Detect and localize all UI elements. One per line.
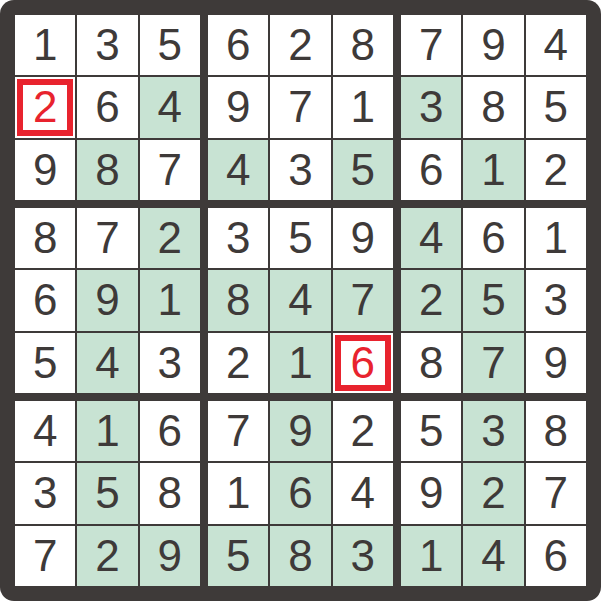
digit: 8	[226, 278, 250, 322]
cell-r1c2[interactable]: 3	[77, 15, 137, 75]
digit: 1	[33, 23, 57, 67]
digit: 3	[226, 216, 250, 260]
digit: 6	[95, 85, 119, 129]
box-7: 416358729	[15, 401, 200, 586]
cell-r3c2[interactable]: 8	[77, 140, 137, 200]
cell-r6c5[interactable]: 1	[270, 333, 330, 393]
digit: 6	[226, 23, 250, 67]
digit: 7	[226, 409, 250, 453]
box-8: 792164583	[208, 401, 393, 586]
digit: 6	[481, 216, 505, 260]
cell-r3c5[interactable]: 3	[270, 140, 330, 200]
box-6: 461253879	[401, 208, 586, 393]
digit: 7	[481, 341, 505, 385]
cell-r3c1[interactable]: 9	[15, 140, 75, 200]
cell-r4c7[interactable]: 4	[401, 208, 461, 268]
cell-r4c2[interactable]: 7	[77, 208, 137, 268]
cell-r4c1[interactable]: 8	[15, 208, 75, 268]
cell-r8c7[interactable]: 9	[401, 463, 461, 523]
digit: 2	[226, 341, 250, 385]
cell-r8c6[interactable]: 4	[333, 463, 393, 523]
digit: 1	[481, 148, 505, 192]
digit: 3	[481, 409, 505, 453]
cell-r2c6[interactable]: 1	[333, 77, 393, 137]
digit: 2	[419, 278, 443, 322]
digit: 9	[95, 278, 119, 322]
cell-r1c7[interactable]: 7	[401, 15, 461, 75]
digit: 8	[351, 23, 375, 67]
box-3: 794385612	[401, 15, 586, 200]
digit: 3	[351, 534, 375, 578]
digit: 6	[33, 278, 57, 322]
digit: 5	[288, 216, 312, 260]
cell-r6c9[interactable]: 9	[526, 333, 586, 393]
cell-r4c9[interactable]: 1	[526, 208, 586, 268]
cell-r6c4[interactable]: 2	[208, 333, 268, 393]
digit: 4	[351, 471, 375, 515]
cell-r2c3[interactable]: 4	[140, 77, 200, 137]
cell-r8c4[interactable]: 1	[208, 463, 268, 523]
digit: 2	[288, 23, 312, 67]
digit: 9	[544, 341, 568, 385]
digit: 2	[33, 85, 57, 129]
digit: 3	[33, 471, 57, 515]
cell-r5c6[interactable]: 7	[333, 270, 393, 330]
cell-r5c8[interactable]: 5	[463, 270, 523, 330]
digit: 1	[226, 471, 250, 515]
cell-r9c3[interactable]: 9	[140, 526, 200, 586]
digit: 5	[544, 85, 568, 129]
cell-r5c1[interactable]: 6	[15, 270, 75, 330]
cell-r5c3[interactable]: 1	[140, 270, 200, 330]
digit: 6	[419, 148, 443, 192]
digit: 9	[351, 216, 375, 260]
digit: 7	[544, 471, 568, 515]
cell-r1c1[interactable]: 1	[15, 15, 75, 75]
digit: 8	[95, 148, 119, 192]
digit: 5	[351, 148, 375, 192]
cell-r8c9[interactable]: 7	[526, 463, 586, 523]
cell-r8c1[interactable]: 3	[15, 463, 75, 523]
digit: 8	[33, 216, 57, 260]
digit: 5	[481, 278, 505, 322]
digit: 4	[288, 278, 312, 322]
cell-r1c9[interactable]: 4	[526, 15, 586, 75]
cell-r3c8[interactable]: 1	[463, 140, 523, 200]
cell-r4c8[interactable]: 6	[463, 208, 523, 268]
box-5: 359847216	[208, 208, 393, 393]
cell-r6c2[interactable]: 4	[77, 333, 137, 393]
digit: 9	[288, 409, 312, 453]
digit: 7	[419, 23, 443, 67]
digit: 4	[544, 23, 568, 67]
cell-r7c1[interactable]: 4	[15, 401, 75, 461]
cell-r9c1[interactable]: 7	[15, 526, 75, 586]
digit: 5	[226, 534, 250, 578]
digit: 3	[288, 148, 312, 192]
cell-r1c8[interactable]: 9	[463, 15, 523, 75]
cell-r5c7[interactable]: 2	[401, 270, 461, 330]
digit: 4	[95, 341, 119, 385]
cell-r7c7[interactable]: 5	[401, 401, 461, 461]
cell-r2c7[interactable]: 3	[401, 77, 461, 137]
cell-r6c6[interactable]: 6	[333, 333, 393, 393]
cell-r1c3[interactable]: 5	[140, 15, 200, 75]
digit: 6	[544, 534, 568, 578]
digit: 3	[158, 341, 182, 385]
cell-r2c1[interactable]: 2	[15, 77, 75, 137]
digit: 7	[158, 148, 182, 192]
cell-r3c3[interactable]: 7	[140, 140, 200, 200]
digit: 5	[33, 341, 57, 385]
digit: 8	[544, 409, 568, 453]
digit: 9	[419, 471, 443, 515]
digit: 9	[226, 85, 250, 129]
digit: 2	[95, 534, 119, 578]
digit: 4	[226, 148, 250, 192]
cell-r5c5[interactable]: 4	[270, 270, 330, 330]
digit: 3	[544, 278, 568, 322]
cell-r6c3[interactable]: 3	[140, 333, 200, 393]
digit: 1	[95, 409, 119, 453]
digit: 8	[288, 534, 312, 578]
digit: 7	[288, 85, 312, 129]
cell-r4c4[interactable]: 3	[208, 208, 268, 268]
cell-r8c2[interactable]: 5	[77, 463, 137, 523]
cell-r7c2[interactable]: 1	[77, 401, 137, 461]
digit: 4	[481, 534, 505, 578]
digit: 7	[95, 216, 119, 260]
digit: 6	[351, 341, 375, 385]
digit: 5	[95, 471, 119, 515]
cell-r7c4[interactable]: 7	[208, 401, 268, 461]
cell-r3c6[interactable]: 5	[333, 140, 393, 200]
cell-r5c4[interactable]: 8	[208, 270, 268, 330]
digit: 5	[158, 23, 182, 67]
digit: 9	[33, 148, 57, 192]
cell-r5c2[interactable]: 9	[77, 270, 137, 330]
cell-r9c4[interactable]: 5	[208, 526, 268, 586]
cell-r2c8[interactable]: 8	[463, 77, 523, 137]
cell-r2c4[interactable]: 9	[208, 77, 268, 137]
cell-r5c9[interactable]: 3	[526, 270, 586, 330]
cell-r7c6[interactable]: 2	[333, 401, 393, 461]
cell-r9c8[interactable]: 4	[463, 526, 523, 586]
sudoku-board: 1352649876289714357943856128726915433598…	[0, 0, 601, 601]
cell-r6c8[interactable]: 7	[463, 333, 523, 393]
box-4: 872691543	[15, 208, 200, 393]
cell-r2c9[interactable]: 5	[526, 77, 586, 137]
cell-r6c1[interactable]: 5	[15, 333, 75, 393]
digit: 6	[288, 471, 312, 515]
cell-r1c4[interactable]: 6	[208, 15, 268, 75]
cell-r2c5[interactable]: 7	[270, 77, 330, 137]
cell-r3c7[interactable]: 6	[401, 140, 461, 200]
cell-r6c7[interactable]: 8	[401, 333, 461, 393]
digit: 3	[95, 23, 119, 67]
cell-r9c2[interactable]: 2	[77, 526, 137, 586]
cell-r1c6[interactable]: 8	[333, 15, 393, 75]
digit: 2	[158, 216, 182, 260]
cell-r9c6[interactable]: 3	[333, 526, 393, 586]
digit: 4	[158, 85, 182, 129]
cell-r8c5[interactable]: 6	[270, 463, 330, 523]
cell-r3c4[interactable]: 4	[208, 140, 268, 200]
digit: 1	[158, 278, 182, 322]
digit: 9	[158, 534, 182, 578]
cell-r4c3[interactable]: 2	[140, 208, 200, 268]
cell-r3c9[interactable]: 2	[526, 140, 586, 200]
digit: 5	[419, 409, 443, 453]
digit: 4	[33, 409, 57, 453]
cell-r7c5[interactable]: 9	[270, 401, 330, 461]
box-1: 135264987	[15, 15, 200, 200]
cell-r1c5[interactable]: 2	[270, 15, 330, 75]
cell-r7c8[interactable]: 3	[463, 401, 523, 461]
digit: 3	[419, 85, 443, 129]
cell-r2c2[interactable]: 6	[77, 77, 137, 137]
cell-r8c8[interactable]: 2	[463, 463, 523, 523]
digit: 2	[544, 148, 568, 192]
digit: 8	[419, 341, 443, 385]
cell-r4c6[interactable]: 9	[333, 208, 393, 268]
digit: 8	[481, 85, 505, 129]
cell-r9c7[interactable]: 1	[401, 526, 461, 586]
cell-r4c5[interactable]: 5	[270, 208, 330, 268]
digit: 9	[481, 23, 505, 67]
sudoku-grid: 1352649876289714357943856128726915433598…	[15, 15, 586, 586]
cell-r8c3[interactable]: 8	[140, 463, 200, 523]
box-9: 538927146	[401, 401, 586, 586]
digit: 1	[544, 216, 568, 260]
digit: 1	[419, 534, 443, 578]
digit: 2	[481, 471, 505, 515]
digit: 4	[419, 216, 443, 260]
cell-r7c9[interactable]: 8	[526, 401, 586, 461]
digit: 8	[158, 471, 182, 515]
cell-r9c5[interactable]: 8	[270, 526, 330, 586]
digit: 1	[351, 85, 375, 129]
digit: 6	[158, 409, 182, 453]
cell-r9c9[interactable]: 6	[526, 526, 586, 586]
digit: 1	[288, 341, 312, 385]
digit: 7	[351, 278, 375, 322]
cell-r7c3[interactable]: 6	[140, 401, 200, 461]
box-2: 628971435	[208, 15, 393, 200]
digit: 2	[351, 409, 375, 453]
digit: 7	[33, 534, 57, 578]
